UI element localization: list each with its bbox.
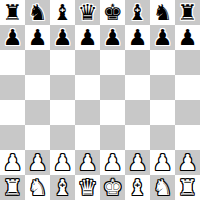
square-f7[interactable]: ♟ [125, 25, 150, 50]
white-knight[interactable]: ♞ [28, 175, 48, 200]
square-b2[interactable]: ♟ [25, 150, 50, 175]
square-g3[interactable] [150, 125, 175, 150]
white-bishop[interactable]: ♝ [53, 175, 73, 200]
square-h1[interactable]: ♜ [175, 175, 200, 200]
square-a1[interactable]: ♜ [0, 175, 25, 200]
square-h3[interactable] [175, 125, 200, 150]
square-g1[interactable]: ♞ [150, 175, 175, 200]
square-d2[interactable]: ♟ [75, 150, 100, 175]
square-b4[interactable] [25, 100, 50, 125]
white-pawn[interactable]: ♟ [53, 150, 73, 175]
black-rook[interactable]: ♜ [178, 0, 198, 25]
white-pawn[interactable]: ♟ [153, 150, 173, 175]
white-rook[interactable]: ♜ [178, 175, 198, 200]
white-pawn[interactable]: ♟ [28, 150, 48, 175]
square-h5[interactable] [175, 75, 200, 100]
square-a6[interactable] [0, 50, 25, 75]
white-bishop[interactable]: ♝ [128, 175, 148, 200]
square-c8[interactable]: ♝ [50, 0, 75, 25]
square-g8[interactable]: ♞ [150, 0, 175, 25]
square-d8[interactable]: ♛ [75, 0, 100, 25]
white-pawn[interactable]: ♟ [178, 150, 198, 175]
square-f2[interactable]: ♟ [125, 150, 150, 175]
square-h2[interactable]: ♟ [175, 150, 200, 175]
square-h8[interactable]: ♜ [175, 0, 200, 25]
square-e7[interactable]: ♟ [100, 25, 125, 50]
black-pawn[interactable]: ♟ [78, 25, 98, 50]
square-b7[interactable]: ♟ [25, 25, 50, 50]
square-e1[interactable]: ♚ [100, 175, 125, 200]
square-d6[interactable] [75, 50, 100, 75]
square-a8[interactable]: ♜ [0, 0, 25, 25]
square-c5[interactable] [50, 75, 75, 100]
black-rook[interactable]: ♜ [3, 0, 23, 25]
square-b1[interactable]: ♞ [25, 175, 50, 200]
white-knight[interactable]: ♞ [153, 175, 173, 200]
black-pawn[interactable]: ♟ [3, 25, 23, 50]
white-pawn[interactable]: ♟ [103, 150, 123, 175]
square-g5[interactable] [150, 75, 175, 100]
square-b8[interactable]: ♞ [25, 0, 50, 25]
black-knight[interactable]: ♞ [153, 0, 173, 25]
square-c1[interactable]: ♝ [50, 175, 75, 200]
square-g7[interactable]: ♟ [150, 25, 175, 50]
square-e5[interactable] [100, 75, 125, 100]
white-king[interactable]: ♚ [103, 175, 123, 200]
black-bishop[interactable]: ♝ [128, 0, 148, 25]
square-h6[interactable] [175, 50, 200, 75]
square-e2[interactable]: ♟ [100, 150, 125, 175]
square-a2[interactable]: ♟ [0, 150, 25, 175]
square-b6[interactable] [25, 50, 50, 75]
square-b3[interactable] [25, 125, 50, 150]
square-d4[interactable] [75, 100, 100, 125]
black-king[interactable]: ♚ [103, 0, 123, 25]
square-f5[interactable] [125, 75, 150, 100]
square-e8[interactable]: ♚ [100, 0, 125, 25]
square-f8[interactable]: ♝ [125, 0, 150, 25]
square-f4[interactable] [125, 100, 150, 125]
black-pawn[interactable]: ♟ [53, 25, 73, 50]
black-pawn[interactable]: ♟ [103, 25, 123, 50]
white-pawn[interactable]: ♟ [78, 150, 98, 175]
square-c4[interactable] [50, 100, 75, 125]
square-f6[interactable] [125, 50, 150, 75]
white-queen[interactable]: ♛ [78, 175, 98, 200]
square-e6[interactable] [100, 50, 125, 75]
square-c7[interactable]: ♟ [50, 25, 75, 50]
square-d7[interactable]: ♟ [75, 25, 100, 50]
square-d5[interactable] [75, 75, 100, 100]
square-a3[interactable] [0, 125, 25, 150]
black-bishop[interactable]: ♝ [53, 0, 73, 25]
square-h4[interactable] [175, 100, 200, 125]
black-queen[interactable]: ♛ [78, 0, 98, 25]
black-pawn[interactable]: ♟ [153, 25, 173, 50]
square-e4[interactable] [100, 100, 125, 125]
white-pawn[interactable]: ♟ [3, 150, 23, 175]
square-g2[interactable]: ♟ [150, 150, 175, 175]
square-a5[interactable] [0, 75, 25, 100]
black-pawn[interactable]: ♟ [128, 25, 148, 50]
square-c6[interactable] [50, 50, 75, 75]
square-f3[interactable] [125, 125, 150, 150]
square-c3[interactable] [50, 125, 75, 150]
square-b5[interactable] [25, 75, 50, 100]
square-f1[interactable]: ♝ [125, 175, 150, 200]
square-e3[interactable] [100, 125, 125, 150]
square-a4[interactable] [0, 100, 25, 125]
white-pawn[interactable]: ♟ [128, 150, 148, 175]
square-g4[interactable] [150, 100, 175, 125]
square-d3[interactable] [75, 125, 100, 150]
square-g6[interactable] [150, 50, 175, 75]
black-knight[interactable]: ♞ [28, 0, 48, 25]
square-h7[interactable]: ♟ [175, 25, 200, 50]
white-rook[interactable]: ♜ [3, 175, 23, 200]
square-d1[interactable]: ♛ [75, 175, 100, 200]
black-pawn[interactable]: ♟ [28, 25, 48, 50]
black-pawn[interactable]: ♟ [178, 25, 198, 50]
square-a7[interactable]: ♟ [0, 25, 25, 50]
square-c2[interactable]: ♟ [50, 150, 75, 175]
chess-board: ♜♞♝♛♚♝♞♜♟♟♟♟♟♟♟♟♟♟♟♟♟♟♟♟♜♞♝♛♚♝♞♜ [0, 0, 200, 200]
